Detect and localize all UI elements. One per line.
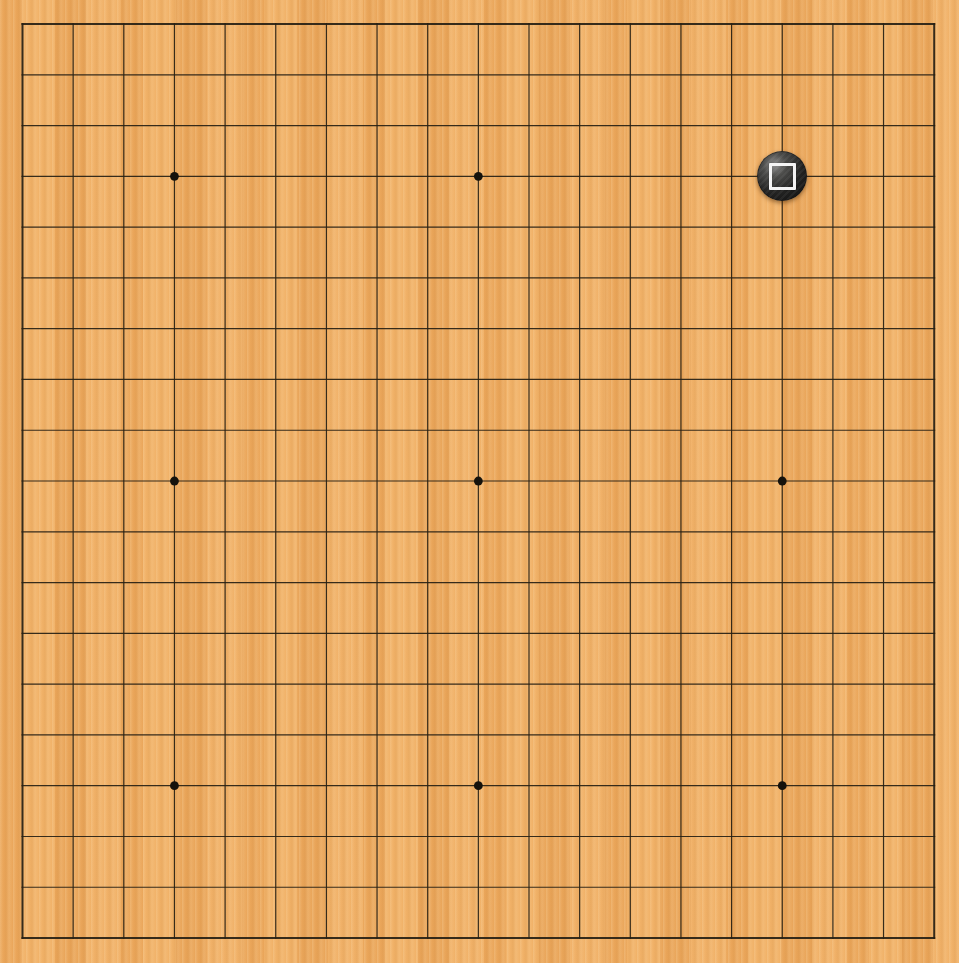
intersection[interactable] [352, 202, 403, 253]
intersection[interactable] [453, 710, 504, 761]
intersection[interactable] [808, 100, 859, 151]
intersection[interactable] [858, 456, 909, 507]
intersection[interactable] [0, 506, 48, 557]
intersection[interactable] [656, 760, 707, 811]
intersection[interactable] [858, 608, 909, 659]
intersection[interactable] [605, 456, 656, 507]
intersection[interactable] [149, 354, 200, 405]
intersection[interactable] [301, 405, 352, 456]
intersection[interactable] [706, 862, 757, 913]
intersection[interactable] [453, 303, 504, 354]
intersection[interactable] [48, 710, 99, 761]
intersection[interactable] [301, 659, 352, 710]
intersection[interactable] [909, 913, 959, 963]
intersection[interactable] [48, 405, 99, 456]
intersection[interactable] [98, 557, 149, 608]
intersection[interactable] [0, 557, 48, 608]
intersection[interactable] [909, 659, 959, 710]
intersection[interactable] [48, 100, 99, 151]
intersection[interactable] [200, 659, 251, 710]
intersection[interactable] [352, 659, 403, 710]
intersection[interactable] [656, 151, 707, 202]
intersection[interactable] [808, 151, 859, 202]
intersection[interactable] [504, 811, 555, 862]
intersection[interactable] [909, 811, 959, 862]
intersection[interactable] [48, 557, 99, 608]
intersection[interactable] [656, 253, 707, 304]
intersection[interactable] [504, 49, 555, 100]
intersection[interactable] [706, 506, 757, 557]
intersection[interactable] [757, 760, 808, 811]
intersection[interactable] [605, 253, 656, 304]
intersection[interactable] [200, 913, 251, 963]
intersection[interactable] [757, 202, 808, 253]
intersection[interactable] [352, 862, 403, 913]
intersection[interactable] [453, 49, 504, 100]
intersection[interactable] [605, 49, 656, 100]
intersection[interactable] [808, 659, 859, 710]
intersection[interactable] [301, 760, 352, 811]
intersection[interactable] [402, 710, 453, 761]
intersection[interactable] [352, 151, 403, 202]
intersection[interactable] [706, 100, 757, 151]
intersection[interactable] [554, 659, 605, 710]
intersection[interactable] [98, 710, 149, 761]
intersection[interactable] [909, 608, 959, 659]
intersection[interactable] [453, 202, 504, 253]
intersection[interactable] [0, 49, 48, 100]
intersection[interactable] [301, 557, 352, 608]
intersection[interactable] [149, 49, 200, 100]
intersection[interactable] [605, 608, 656, 659]
intersection[interactable] [200, 0, 251, 49]
intersection[interactable] [250, 760, 301, 811]
intersection[interactable] [757, 862, 808, 913]
intersection[interactable] [706, 557, 757, 608]
intersection[interactable] [48, 0, 99, 49]
intersection[interactable] [200, 557, 251, 608]
intersection[interactable] [301, 608, 352, 659]
intersection[interactable] [757, 151, 808, 202]
intersection[interactable] [757, 557, 808, 608]
intersection[interactable] [909, 151, 959, 202]
intersection[interactable] [453, 659, 504, 710]
intersection[interactable] [858, 659, 909, 710]
intersection[interactable] [301, 151, 352, 202]
intersection[interactable] [250, 405, 301, 456]
intersection[interactable] [706, 913, 757, 963]
intersection[interactable] [605, 0, 656, 49]
intersection[interactable] [149, 659, 200, 710]
intersection[interactable] [757, 303, 808, 354]
intersection[interactable] [656, 354, 707, 405]
intersection[interactable] [48, 506, 99, 557]
intersection[interactable] [453, 760, 504, 811]
intersection[interactable] [301, 253, 352, 304]
intersection[interactable] [504, 253, 555, 304]
intersection[interactable] [200, 100, 251, 151]
intersection[interactable] [504, 506, 555, 557]
intersection[interactable] [352, 303, 403, 354]
intersection[interactable] [250, 506, 301, 557]
intersection[interactable] [706, 760, 757, 811]
intersection[interactable] [504, 557, 555, 608]
intersection[interactable] [402, 49, 453, 100]
intersection[interactable] [554, 202, 605, 253]
intersection[interactable] [909, 100, 959, 151]
intersection[interactable] [808, 303, 859, 354]
intersection[interactable] [706, 405, 757, 456]
intersection[interactable] [98, 913, 149, 963]
intersection[interactable] [402, 659, 453, 710]
intersection[interactable] [301, 506, 352, 557]
intersection[interactable] [301, 303, 352, 354]
intersection[interactable] [858, 100, 909, 151]
intersection[interactable] [858, 506, 909, 557]
intersection[interactable] [301, 913, 352, 963]
intersection[interactable] [656, 862, 707, 913]
intersection[interactable] [706, 303, 757, 354]
intersection[interactable] [554, 760, 605, 811]
intersection[interactable] [858, 354, 909, 405]
intersection[interactable] [402, 405, 453, 456]
intersection[interactable] [605, 659, 656, 710]
intersection[interactable] [402, 354, 453, 405]
intersection[interactable] [149, 557, 200, 608]
intersection[interactable] [352, 100, 403, 151]
intersection[interactable] [98, 0, 149, 49]
intersection[interactable] [706, 49, 757, 100]
intersection[interactable] [200, 303, 251, 354]
intersection[interactable] [504, 862, 555, 913]
intersection[interactable] [200, 811, 251, 862]
intersection[interactable] [402, 456, 453, 507]
intersection[interactable] [200, 354, 251, 405]
intersection[interactable] [48, 913, 99, 963]
intersection[interactable] [757, 608, 808, 659]
intersection[interactable] [402, 253, 453, 304]
intersection[interactable] [149, 506, 200, 557]
intersection[interactable] [250, 811, 301, 862]
intersection[interactable] [200, 710, 251, 761]
intersection[interactable] [554, 0, 605, 49]
intersection[interactable] [656, 811, 707, 862]
intersection[interactable] [453, 557, 504, 608]
intersection[interactable] [352, 557, 403, 608]
intersection[interactable] [808, 557, 859, 608]
intersection[interactable] [605, 862, 656, 913]
intersection[interactable] [301, 202, 352, 253]
intersection[interactable] [352, 608, 403, 659]
intersection[interactable] [301, 0, 352, 49]
intersection[interactable] [250, 913, 301, 963]
intersection[interactable] [858, 49, 909, 100]
intersection[interactable] [554, 49, 605, 100]
intersection[interactable] [909, 405, 959, 456]
intersection[interactable] [453, 862, 504, 913]
intersection[interactable] [402, 557, 453, 608]
intersection[interactable] [250, 354, 301, 405]
intersection[interactable] [98, 151, 149, 202]
intersection[interactable] [250, 557, 301, 608]
intersection[interactable] [352, 760, 403, 811]
intersection[interactable] [858, 202, 909, 253]
intersection[interactable] [504, 354, 555, 405]
intersection[interactable] [0, 760, 48, 811]
intersection[interactable] [0, 608, 48, 659]
intersection[interactable] [48, 303, 99, 354]
intersection[interactable] [200, 506, 251, 557]
intersection[interactable] [554, 557, 605, 608]
intersection[interactable] [200, 760, 251, 811]
intersection[interactable] [808, 760, 859, 811]
intersection[interactable] [504, 151, 555, 202]
intersection[interactable] [98, 659, 149, 710]
intersection[interactable] [352, 710, 403, 761]
intersection[interactable] [808, 0, 859, 49]
intersection[interactable] [149, 405, 200, 456]
intersection[interactable] [858, 557, 909, 608]
intersection[interactable] [453, 506, 504, 557]
intersection[interactable] [301, 49, 352, 100]
intersection[interactable] [0, 456, 48, 507]
intersection[interactable] [200, 151, 251, 202]
intersection[interactable] [656, 557, 707, 608]
intersection[interactable] [757, 100, 808, 151]
intersection[interactable] [706, 811, 757, 862]
intersection[interactable] [808, 405, 859, 456]
intersection[interactable] [656, 405, 707, 456]
intersection[interactable] [706, 151, 757, 202]
intersection[interactable] [909, 456, 959, 507]
intersection[interactable] [149, 913, 200, 963]
intersection[interactable] [909, 506, 959, 557]
intersection[interactable] [757, 506, 808, 557]
intersection[interactable] [757, 456, 808, 507]
intersection[interactable] [808, 862, 859, 913]
intersection[interactable] [858, 0, 909, 49]
intersection[interactable] [504, 405, 555, 456]
intersection[interactable] [453, 100, 504, 151]
intersection[interactable] [149, 0, 200, 49]
intersection[interactable] [98, 49, 149, 100]
intersection[interactable] [250, 100, 301, 151]
intersection[interactable] [909, 303, 959, 354]
intersection[interactable] [858, 151, 909, 202]
intersection[interactable] [909, 760, 959, 811]
intersection[interactable] [909, 49, 959, 100]
intersection[interactable] [149, 100, 200, 151]
intersection[interactable] [352, 0, 403, 49]
intersection[interactable] [48, 253, 99, 304]
intersection[interactable] [0, 659, 48, 710]
intersection[interactable] [656, 710, 707, 761]
intersection[interactable] [656, 100, 707, 151]
intersection[interactable] [909, 253, 959, 304]
intersection[interactable] [858, 811, 909, 862]
intersection[interactable] [0, 811, 48, 862]
intersection[interactable] [200, 405, 251, 456]
intersection[interactable] [605, 913, 656, 963]
intersection[interactable] [909, 202, 959, 253]
intersection[interactable] [554, 151, 605, 202]
intersection[interactable] [250, 253, 301, 304]
intersection[interactable] [48, 862, 99, 913]
intersection[interactable] [757, 710, 808, 761]
intersection[interactable] [98, 202, 149, 253]
intersection[interactable] [554, 608, 605, 659]
intersection[interactable] [0, 151, 48, 202]
intersection[interactable] [656, 456, 707, 507]
intersection[interactable] [808, 354, 859, 405]
intersection[interactable] [706, 253, 757, 304]
intersection[interactable] [352, 354, 403, 405]
intersection[interactable] [504, 608, 555, 659]
intersection[interactable] [808, 49, 859, 100]
intersection[interactable] [0, 710, 48, 761]
intersection[interactable] [808, 811, 859, 862]
intersection[interactable] [0, 202, 48, 253]
intersection[interactable] [706, 608, 757, 659]
intersection[interactable] [98, 456, 149, 507]
intersection[interactable] [909, 354, 959, 405]
intersection[interactable] [250, 151, 301, 202]
intersection[interactable] [656, 913, 707, 963]
intersection[interactable] [453, 0, 504, 49]
intersection[interactable] [149, 811, 200, 862]
intersection[interactable] [504, 659, 555, 710]
intersection[interactable] [554, 811, 605, 862]
intersection[interactable] [402, 202, 453, 253]
intersection[interactable] [402, 608, 453, 659]
intersection[interactable] [250, 710, 301, 761]
intersection[interactable] [554, 456, 605, 507]
intersection[interactable] [0, 100, 48, 151]
intersection[interactable] [402, 100, 453, 151]
intersection[interactable] [352, 253, 403, 304]
intersection[interactable] [757, 405, 808, 456]
intersection[interactable] [98, 303, 149, 354]
intersection[interactable] [504, 456, 555, 507]
intersection[interactable] [149, 151, 200, 202]
intersection[interactable] [149, 710, 200, 761]
intersection[interactable] [554, 354, 605, 405]
intersection[interactable] [0, 862, 48, 913]
intersection[interactable] [98, 608, 149, 659]
intersection[interactable] [48, 202, 99, 253]
intersection[interactable] [352, 913, 403, 963]
intersection[interactable] [757, 913, 808, 963]
intersection[interactable] [352, 405, 403, 456]
intersection[interactable] [554, 303, 605, 354]
intersection[interactable] [402, 151, 453, 202]
intersection[interactable] [250, 862, 301, 913]
intersection[interactable] [98, 100, 149, 151]
intersection[interactable] [554, 710, 605, 761]
intersection[interactable] [301, 354, 352, 405]
intersection[interactable] [0, 913, 48, 963]
intersection[interactable] [656, 0, 707, 49]
intersection[interactable] [909, 862, 959, 913]
intersection[interactable] [48, 456, 99, 507]
intersection[interactable] [48, 354, 99, 405]
intersection[interactable] [605, 405, 656, 456]
intersection[interactable] [149, 862, 200, 913]
intersection[interactable] [706, 456, 757, 507]
intersection[interactable] [200, 202, 251, 253]
intersection[interactable] [808, 253, 859, 304]
intersection[interactable] [605, 557, 656, 608]
intersection[interactable] [504, 710, 555, 761]
intersection[interactable] [453, 811, 504, 862]
intersection[interactable] [605, 100, 656, 151]
intersection[interactable] [656, 49, 707, 100]
intersection[interactable] [656, 506, 707, 557]
intersection[interactable] [402, 811, 453, 862]
intersection[interactable] [453, 253, 504, 304]
intersection[interactable] [757, 659, 808, 710]
intersection[interactable] [98, 405, 149, 456]
intersection[interactable] [48, 608, 99, 659]
intersection[interactable] [808, 710, 859, 761]
intersection[interactable] [301, 862, 352, 913]
intersection[interactable] [808, 913, 859, 963]
intersection[interactable] [605, 506, 656, 557]
intersection[interactable] [0, 354, 48, 405]
intersection[interactable] [504, 0, 555, 49]
intersection[interactable] [48, 49, 99, 100]
intersection[interactable] [402, 862, 453, 913]
intersection[interactable] [0, 303, 48, 354]
intersection[interactable] [554, 100, 605, 151]
intersection[interactable] [48, 659, 99, 710]
intersection[interactable] [98, 811, 149, 862]
intersection[interactable] [909, 0, 959, 49]
intersection[interactable] [149, 608, 200, 659]
intersection[interactable] [149, 253, 200, 304]
intersection[interactable] [453, 456, 504, 507]
intersection[interactable] [909, 557, 959, 608]
intersection[interactable] [453, 913, 504, 963]
intersection[interactable] [250, 659, 301, 710]
intersection[interactable] [48, 151, 99, 202]
intersection[interactable] [402, 506, 453, 557]
intersection[interactable] [250, 202, 301, 253]
intersection[interactable] [706, 354, 757, 405]
intersection[interactable] [757, 354, 808, 405]
intersection[interactable] [504, 303, 555, 354]
intersection[interactable] [301, 100, 352, 151]
intersection[interactable] [352, 456, 403, 507]
intersection[interactable] [808, 202, 859, 253]
intersection[interactable] [250, 49, 301, 100]
intersection[interactable] [453, 151, 504, 202]
intersection[interactable] [149, 303, 200, 354]
intersection[interactable] [352, 506, 403, 557]
intersection[interactable] [554, 506, 605, 557]
intersection[interactable] [605, 202, 656, 253]
intersection[interactable] [656, 608, 707, 659]
intersection[interactable] [301, 811, 352, 862]
intersection[interactable] [0, 0, 48, 49]
intersection[interactable] [656, 659, 707, 710]
intersection[interactable] [605, 710, 656, 761]
intersection[interactable] [301, 456, 352, 507]
intersection[interactable] [656, 303, 707, 354]
intersection[interactable] [200, 862, 251, 913]
intersection[interactable] [352, 49, 403, 100]
intersection[interactable] [453, 354, 504, 405]
